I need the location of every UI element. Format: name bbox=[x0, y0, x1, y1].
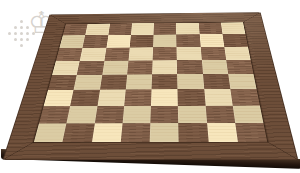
board-square bbox=[52, 61, 80, 75]
watermark-dot bbox=[20, 26, 23, 29]
board-square bbox=[131, 23, 154, 35]
board-square bbox=[226, 60, 253, 74]
board-square bbox=[70, 90, 99, 106]
board-square bbox=[177, 60, 203, 74]
frame-miter-seam bbox=[46, 14, 68, 24]
board-square bbox=[63, 123, 95, 142]
board-square bbox=[56, 48, 83, 61]
board-square bbox=[152, 74, 178, 89]
watermark-dot bbox=[14, 32, 17, 35]
board-square bbox=[152, 60, 177, 74]
board-square bbox=[44, 90, 74, 106]
board-square bbox=[176, 34, 200, 47]
board-square bbox=[228, 74, 257, 89]
board-square bbox=[176, 23, 199, 35]
frame-miter-seam bbox=[267, 142, 298, 160]
board-square bbox=[34, 123, 67, 142]
board-square bbox=[80, 47, 106, 60]
board-square bbox=[126, 74, 153, 89]
board-square bbox=[177, 74, 204, 89]
watermark-dot bbox=[20, 32, 23, 35]
board-square bbox=[124, 89, 152, 105]
board-square bbox=[150, 106, 178, 124]
board-square bbox=[198, 23, 222, 35]
board-square bbox=[154, 23, 177, 35]
board-square bbox=[203, 74, 231, 89]
board-square bbox=[59, 35, 85, 47]
board-square bbox=[67, 106, 97, 123]
board-square bbox=[102, 60, 128, 74]
watermark-dot bbox=[32, 32, 35, 35]
board-square bbox=[224, 46, 251, 59]
board-square bbox=[178, 105, 207, 123]
board-square bbox=[128, 47, 153, 60]
board-square bbox=[108, 23, 132, 35]
board-square bbox=[83, 35, 108, 48]
board-square bbox=[199, 34, 224, 47]
board-square bbox=[235, 123, 267, 142]
board-square bbox=[153, 47, 177, 60]
frame-miter-seam bbox=[241, 12, 263, 22]
board-square bbox=[121, 123, 151, 142]
board-square bbox=[230, 89, 260, 105]
board-square bbox=[97, 90, 125, 106]
board-square bbox=[221, 22, 246, 34]
chess-board bbox=[3, 12, 299, 160]
board-square bbox=[204, 89, 233, 105]
board-square bbox=[77, 61, 104, 75]
board-square bbox=[222, 34, 248, 47]
board-square bbox=[151, 89, 178, 105]
watermark-dot bbox=[20, 20, 23, 23]
watermark-dot bbox=[14, 26, 17, 29]
board-square bbox=[122, 106, 151, 123]
board-square bbox=[178, 123, 208, 142]
board-square bbox=[94, 106, 124, 123]
watermark-dot bbox=[26, 32, 29, 35]
board-square bbox=[106, 35, 131, 48]
board-square bbox=[74, 75, 102, 90]
board-square bbox=[153, 35, 177, 48]
watermark-dot bbox=[20, 44, 23, 47]
watermark-dot bbox=[26, 38, 29, 41]
watermark-dot bbox=[20, 38, 23, 41]
board-square bbox=[178, 89, 206, 105]
board-square bbox=[207, 123, 238, 142]
board-square bbox=[48, 75, 77, 90]
board-square bbox=[177, 47, 202, 60]
board-square bbox=[63, 24, 88, 36]
board-square bbox=[100, 75, 127, 90]
board-square bbox=[205, 105, 235, 123]
board-square bbox=[200, 47, 226, 60]
board-square bbox=[39, 106, 70, 123]
watermark-dot bbox=[8, 32, 11, 35]
frame-miter-seam bbox=[3, 142, 34, 160]
board-square bbox=[85, 24, 109, 36]
board-square bbox=[201, 60, 228, 74]
board-square bbox=[127, 60, 153, 74]
board-grid bbox=[34, 22, 267, 142]
watermark-dot bbox=[26, 26, 29, 29]
board-square bbox=[130, 35, 154, 48]
board-square bbox=[92, 123, 123, 142]
board-square bbox=[150, 123, 179, 142]
watermark-dot bbox=[14, 38, 17, 41]
board-square bbox=[104, 47, 129, 60]
product-photo-stage: ♔ bbox=[0, 0, 300, 173]
board-square bbox=[232, 105, 263, 123]
